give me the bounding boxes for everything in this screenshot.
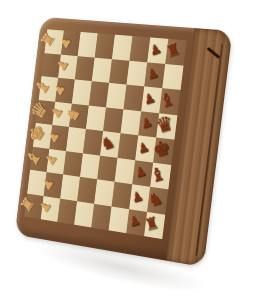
square-e8 xyxy=(153,137,174,164)
square-f8 xyxy=(150,162,171,189)
square-b8 xyxy=(162,64,183,90)
square-a8 xyxy=(165,39,186,65)
square-h8 xyxy=(144,211,165,239)
square-g8 xyxy=(147,187,168,214)
product-photo: ♜♟♟♜♟♟♝♟♟♝♛♟♞♟♛♚♟♞♟♚♝♟♟♝♟♟♞♜♟♟♜ xyxy=(0,0,260,300)
chess-box: ♜♟♟♜♟♟♝♟♟♝♛♟♞♟♛♚♟♞♟♚♝♟♟♝♟♟♞♜♟♟♜ xyxy=(15,17,233,267)
square-d8 xyxy=(156,113,177,140)
photo-perspective-wrap: ♜♟♟♜♟♟♝♟♟♝♛♟♞♟♛♚♟♞♟♚♝♟♟♝♟♟♞♜♟♟♜ xyxy=(15,17,233,267)
box-seam-slit xyxy=(207,47,220,59)
side-panel-groove xyxy=(195,44,223,256)
square-c8 xyxy=(159,88,180,115)
chess-board: ♜♟♟♜♟♟♝♟♟♝♛♟♞♟♛♚♟♞♟♚♝♟♟♝♟♟♞♜♟♟♜ xyxy=(24,29,186,239)
